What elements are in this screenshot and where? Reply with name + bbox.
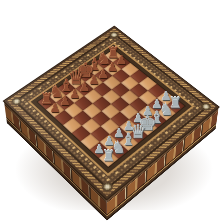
- piece-copper-pawn[interactable]: ♟: [50, 102, 61, 115]
- piece-copper-pawn[interactable]: ♟: [79, 81, 90, 94]
- square-a5[interactable]: [63, 118, 82, 133]
- piece-silver-rook[interactable]: ♜: [102, 149, 115, 164]
- square-c5[interactable]: [83, 103, 102, 118]
- corner-rosette-icon: [100, 180, 116, 194]
- square-d4[interactable]: [101, 104, 120, 119]
- chess-set-product-photo: Decorative chess set: copper and silver …: [0, 0, 222, 222]
- piece-copper-pawn[interactable]: ♟: [60, 95, 71, 108]
- square-b5[interactable]: [73, 111, 92, 126]
- scene: [0, 0, 222, 222]
- square-c4[interactable]: [92, 111, 111, 126]
- square-b4[interactable]: [82, 118, 101, 133]
- piece-copper-pawn[interactable]: ♟: [69, 88, 80, 101]
- square-a4[interactable]: [72, 126, 91, 142]
